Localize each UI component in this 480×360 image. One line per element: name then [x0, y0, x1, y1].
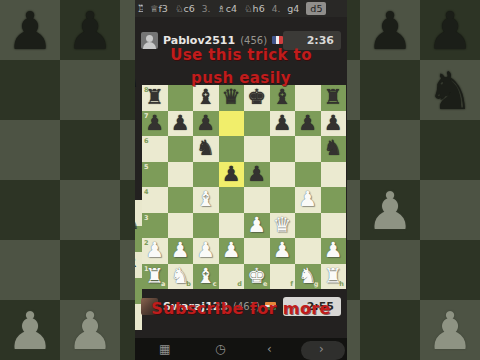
rank-label: 3	[144, 214, 149, 222]
white-pawn-e3[interactable]: ♟	[244, 213, 270, 239]
square-e6[interactable]	[244, 136, 270, 162]
background-square: ♞	[420, 60, 480, 120]
white-king-e1[interactable]: ♚	[244, 264, 270, 290]
app-nav-bar: ▦◷‹›	[135, 338, 347, 360]
background-square	[60, 240, 120, 300]
move-fragment: ♖	[137, 3, 143, 14]
square-a8[interactable]: 8♜	[142, 85, 168, 111]
square-b8[interactable]	[168, 85, 194, 111]
square-b7[interactable]: ♟	[168, 111, 194, 137]
square-h3[interactable]	[321, 213, 347, 239]
move-d5[interactable]: d5	[306, 2, 326, 15]
black-queen-d8[interactable]: ♛	[219, 85, 245, 111]
square-a1[interactable]: 1a♜	[142, 264, 168, 290]
white-rook-h1[interactable]: ♜	[321, 264, 347, 290]
chess-app-screenshot: ♖♕f3♘c63.♗c4♘h64.g4d5 ♞ ♝ ♞ Pablov2511 (…	[135, 0, 347, 360]
player-row-bottom[interactable]: Swaraj123 (461)	[141, 296, 276, 316]
square-g7[interactable]: ♟	[295, 111, 321, 137]
background-square	[420, 180, 480, 240]
move-c6[interactable]: ♘c6	[175, 3, 195, 14]
video-frame: ♟♟♟♟♞♟♟♟♟ ♖♕f3♘c63.♗c4♘h64.g4d5 ♞ ♝ ♞ Pa…	[0, 0, 480, 360]
background-square: ♟	[60, 0, 120, 60]
square-b5[interactable]	[168, 162, 194, 188]
background-square	[360, 120, 420, 180]
avatar-top[interactable]	[141, 32, 158, 49]
square-h6[interactable]: ♞	[321, 136, 347, 162]
square-e7[interactable]	[244, 111, 270, 137]
background-black-pawn-icon: ♟	[60, 0, 120, 60]
square-a7[interactable]: 7♟	[142, 111, 168, 137]
player-rating-bottom: (461)	[233, 301, 260, 312]
square-a4[interactable]: 4	[142, 187, 168, 213]
black-rook-h8[interactable]: ♜	[321, 85, 347, 111]
back-icon[interactable]: ‹	[267, 341, 272, 357]
background-square	[0, 180, 60, 240]
square-f2[interactable]: ♟	[270, 238, 296, 264]
background-square	[360, 240, 420, 300]
square-a3[interactable]: 3	[142, 213, 168, 239]
black-pawn-a7[interactable]: ♟	[142, 111, 168, 137]
player-rating-top: (456)	[240, 35, 267, 46]
square-f8[interactable]: ♝	[270, 85, 296, 111]
background-piece-fragment: ♞	[135, 55, 142, 97]
background-black-pawn-icon: ♟	[360, 0, 420, 60]
square-f7[interactable]: ♟	[270, 111, 296, 137]
move-list-bar: ♖♕f3♘c63.♗c4♘h64.g4d5	[135, 0, 347, 17]
background-square: ♟	[420, 0, 480, 60]
white-pawn-h2[interactable]: ♟	[321, 238, 347, 264]
square-e3[interactable]: ♟	[244, 213, 270, 239]
black-rook-a8[interactable]: ♜	[142, 85, 168, 111]
white-pawn-b2[interactable]: ♟	[168, 238, 194, 264]
background-square	[420, 120, 480, 180]
white-pawn-a2[interactable]: ♟	[142, 238, 168, 264]
move-g4[interactable]: g4	[287, 3, 299, 14]
square-g2[interactable]	[295, 238, 321, 264]
white-pawn-g4[interactable]: ♟	[295, 187, 321, 213]
square-c5[interactable]	[193, 162, 219, 188]
background-square	[60, 60, 120, 120]
square-e8[interactable]: ♚	[244, 85, 270, 111]
forward-icon[interactable]: ›	[319, 341, 324, 357]
background-white-pawn-icon: ♟	[60, 300, 120, 360]
flag-india-icon	[265, 302, 276, 310]
square-d4[interactable]	[219, 187, 245, 213]
square-g8[interactable]	[295, 85, 321, 111]
move-h6[interactable]: ♘h6	[244, 3, 265, 14]
grid-icon[interactable]: ▦	[159, 341, 170, 357]
chess-board: 8♜♝♛♚♝♜7♟♟♟♟♟♟6♞♞5♟♟4♝♟3♟♛2♟♟♟♟♟♟1a♜b♞c♝…	[142, 85, 346, 289]
bishop-fragment-icon: ♝	[135, 252, 139, 271]
square-e5[interactable]: ♟	[244, 162, 270, 188]
square-a2[interactable]: 2♟	[142, 238, 168, 264]
square-c6[interactable]: ♞	[193, 136, 219, 162]
square-g3[interactable]	[295, 213, 321, 239]
background-black-pawn-icon: ♟	[0, 0, 60, 60]
rank-label: 4	[144, 188, 149, 196]
player-name-top: Pablov2511	[163, 34, 235, 47]
background-square	[0, 60, 60, 120]
square-f3[interactable]: ♛	[270, 213, 296, 239]
square-d5[interactable]: ♟	[219, 162, 245, 188]
clock-top: 2:36	[283, 31, 341, 50]
white-pawn-d2[interactable]: ♟	[219, 238, 245, 264]
knight-fragment-icon: ♞	[135, 214, 139, 233]
square-d8[interactable]: ♛	[219, 85, 245, 111]
black-pawn-c7[interactable]: ♟	[193, 111, 219, 137]
background-square	[0, 120, 60, 180]
square-h4[interactable]	[321, 187, 347, 213]
white-pawn-f2[interactable]: ♟	[270, 238, 296, 264]
move-c4[interactable]: ♗c4	[217, 3, 237, 14]
background-square: ♟	[60, 300, 120, 360]
square-g1[interactable]: g♞	[295, 264, 321, 290]
square-c4[interactable]: ♝	[193, 187, 219, 213]
square-e4[interactable]	[244, 187, 270, 213]
background-square: ♟	[420, 300, 480, 360]
black-pawn-b7[interactable]: ♟	[168, 111, 194, 137]
white-queen-f3[interactable]: ♛	[270, 213, 296, 239]
square-h8[interactable]: ♜	[321, 85, 347, 111]
square-h7[interactable]: ♟	[321, 111, 347, 137]
black-knight-c6[interactable]: ♞	[193, 136, 219, 162]
square-d3[interactable]	[219, 213, 245, 239]
square-g4[interactable]: ♟	[295, 187, 321, 213]
black-bishop-c8[interactable]: ♝	[193, 85, 219, 111]
background-square	[420, 240, 480, 300]
square-f5[interactable]	[270, 162, 296, 188]
black-bishop-f8[interactable]: ♝	[270, 85, 296, 111]
square-f1[interactable]: f	[270, 264, 296, 290]
move-number: 4.	[272, 4, 281, 14]
white-knight-b1[interactable]: ♞	[168, 264, 194, 290]
background-square: ♟	[360, 0, 420, 60]
square-h2[interactable]: ♟	[321, 238, 347, 264]
file-label: f	[290, 280, 293, 288]
square-d7[interactable]	[219, 111, 245, 137]
background-square	[360, 60, 420, 120]
black-pawn-e5[interactable]: ♟	[244, 162, 270, 188]
white-knight-g1[interactable]: ♞	[295, 264, 321, 290]
square-a5[interactable]: 5	[142, 162, 168, 188]
square-h5[interactable]	[321, 162, 347, 188]
square-h1[interactable]: h♜	[321, 264, 347, 290]
background-square	[360, 300, 420, 360]
square-c8[interactable]: ♝	[193, 85, 219, 111]
white-rook-a1[interactable]: ♜	[142, 264, 168, 290]
square-e1[interactable]: e♚	[244, 264, 270, 290]
square-g6[interactable]	[295, 136, 321, 162]
square-e2[interactable]	[244, 238, 270, 264]
background-square	[0, 240, 60, 300]
background-square: ♟	[0, 0, 60, 60]
square-g5[interactable]	[295, 162, 321, 188]
black-knight-h6[interactable]: ♞	[321, 136, 347, 162]
square-c7[interactable]: ♟	[193, 111, 219, 137]
square-d2[interactable]: ♟	[219, 238, 245, 264]
white-pawn-c2[interactable]: ♟	[193, 238, 219, 264]
background-white-pawn-icon: ♟	[420, 300, 480, 360]
square-c3[interactable]	[193, 213, 219, 239]
black-pawn-g7[interactable]: ♟	[295, 111, 321, 137]
background-square: ♟	[360, 180, 420, 240]
player-row-top[interactable]: Pablov2511 (456)	[141, 30, 283, 50]
square-a6[interactable]: 6	[142, 136, 168, 162]
square-c1[interactable]: c♝	[193, 264, 219, 290]
square-d1[interactable]: d	[219, 264, 245, 290]
square-b6[interactable]	[168, 136, 194, 162]
black-pawn-f7[interactable]: ♟	[270, 111, 296, 137]
square-b1[interactable]: b♞	[168, 264, 194, 290]
square-b4[interactable]	[168, 187, 194, 213]
flag-france-icon	[272, 36, 283, 44]
clock-bottom: 2:55	[283, 297, 341, 316]
background-black-pawn-icon: ♟	[420, 0, 480, 60]
background-square: ♟	[0, 300, 60, 360]
black-king-e8[interactable]: ♚	[244, 85, 270, 111]
square-f4[interactable]	[270, 187, 296, 213]
background-square	[60, 180, 120, 240]
avatar-bottom[interactable]	[141, 298, 158, 315]
background-square	[60, 120, 120, 180]
clock-icon[interactable]: ◷	[215, 341, 225, 357]
background-black-knight-icon: ♞	[420, 60, 480, 120]
square-b3[interactable]	[168, 213, 194, 239]
file-label: d	[237, 280, 242, 288]
black-pawn-d5[interactable]: ♟	[219, 162, 245, 188]
rank-label: 5	[144, 163, 149, 171]
black-pawn-h7[interactable]: ♟	[321, 111, 347, 137]
background-white-pawn-icon: ♟	[360, 180, 420, 240]
move-number: 3.	[202, 4, 211, 14]
background-white-pawn-icon: ♟	[0, 300, 60, 360]
square-f6[interactable]	[270, 136, 296, 162]
move-f3[interactable]: ♕f3	[150, 3, 168, 14]
player-name-bottom: Swaraj123	[163, 300, 228, 313]
square-c2[interactable]: ♟	[193, 238, 219, 264]
rank-label: 6	[144, 137, 149, 145]
white-bishop-c4[interactable]: ♝	[193, 187, 219, 213]
square-b2[interactable]: ♟	[168, 238, 194, 264]
white-bishop-c1[interactable]: ♝	[193, 264, 219, 290]
square-d6[interactable]	[219, 136, 245, 162]
